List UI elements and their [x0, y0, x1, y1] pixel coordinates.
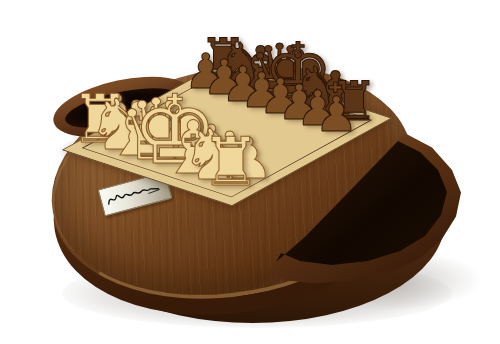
- product-photo-chess-set: ♜♞♝♛♚♞♝♜♟♟♟♟♟♟♟♟♟♟♟♟♟♟♟♟♜♞♝♛♚♝♞♜: [0, 0, 500, 344]
- piece-black-pawn-h7: ♟: [315, 90, 358, 138]
- piece-white-rook-h1: ♜: [201, 130, 261, 197]
